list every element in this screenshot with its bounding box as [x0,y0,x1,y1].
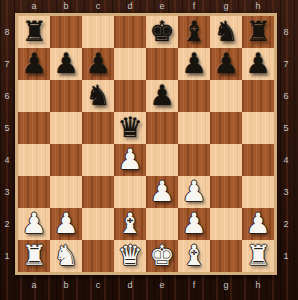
square-c7[interactable]: ♟ [82,48,114,80]
piece-black-pawn[interactable]: ♟ [242,48,274,80]
square-f5[interactable] [178,112,210,144]
piece-white-queen[interactable]: ♛ [114,240,146,272]
square-g2[interactable] [210,208,242,240]
file-label-h: h [242,279,274,291]
square-d8[interactable] [114,16,146,48]
square-h4[interactable] [242,144,274,176]
piece-white-knight[interactable]: ♞ [50,240,82,272]
rank-label-4: 4 [0,144,14,176]
rank-label-7: 7 [0,48,14,80]
square-f4[interactable] [178,144,210,176]
piece-black-pawn[interactable]: ♟ [146,80,178,112]
piece-white-pawn[interactable]: ♟ [178,208,210,240]
piece-white-bishop[interactable]: ♝ [178,240,210,272]
rank-label-2: 2 [277,208,295,240]
piece-white-pawn[interactable]: ♟ [50,208,82,240]
square-d2[interactable]: ♝ [114,208,146,240]
square-a3[interactable] [18,176,50,208]
square-f6[interactable] [178,80,210,112]
square-h7[interactable]: ♟ [242,48,274,80]
square-e7[interactable] [146,48,178,80]
square-h6[interactable] [242,80,274,112]
square-g7[interactable]: ♟ [210,48,242,80]
square-c2[interactable] [82,208,114,240]
file-label-f: f [178,0,210,12]
square-d5[interactable]: ♛ [114,112,146,144]
file-label-d: d [114,0,146,12]
square-h1[interactable]: ♜ [242,240,274,272]
rank-label-6: 6 [277,80,295,112]
square-g8[interactable]: ♞ [210,16,242,48]
piece-black-pawn[interactable]: ♟ [178,48,210,80]
file-labels-bottom: abcdefgh [18,279,274,291]
piece-white-pawn[interactable]: ♟ [114,144,146,176]
square-a4[interactable] [18,144,50,176]
piece-black-pawn[interactable]: ♟ [50,48,82,80]
piece-black-bishop[interactable]: ♝ [178,16,210,48]
piece-black-knight[interactable]: ♞ [210,16,242,48]
rank-label-2: 2 [0,208,14,240]
piece-white-king[interactable]: ♚ [146,240,178,272]
file-label-c: c [82,0,114,12]
rank-label-8: 8 [277,16,295,48]
rank-labels-left: 87654321 [0,16,14,272]
square-d1[interactable]: ♛ [114,240,146,272]
square-b8[interactable] [50,16,82,48]
piece-white-pawn[interactable]: ♟ [242,208,274,240]
piece-black-pawn[interactable]: ♟ [82,48,114,80]
square-e1[interactable]: ♚ [146,240,178,272]
file-label-a: a [18,279,50,291]
file-label-b: b [50,0,82,12]
square-g4[interactable] [210,144,242,176]
square-e3[interactable]: ♟ [146,176,178,208]
square-c5[interactable] [82,112,114,144]
square-e2[interactable] [146,208,178,240]
file-label-e: e [146,0,178,12]
piece-white-bishop[interactable]: ♝ [114,208,146,240]
square-c4[interactable] [82,144,114,176]
piece-white-pawn[interactable]: ♟ [146,176,178,208]
square-b4[interactable] [50,144,82,176]
square-a6[interactable] [18,80,50,112]
square-h2[interactable]: ♟ [242,208,274,240]
rank-label-7: 7 [277,48,295,80]
rank-label-8: 8 [0,16,14,48]
square-d6[interactable] [114,80,146,112]
square-f1[interactable]: ♝ [178,240,210,272]
square-f8[interactable]: ♝ [178,16,210,48]
file-label-d: d [114,279,146,291]
square-e6[interactable]: ♟ [146,80,178,112]
square-g1[interactable] [210,240,242,272]
file-label-h: h [242,0,274,12]
file-label-c: c [82,279,114,291]
square-b5[interactable] [50,112,82,144]
rank-label-3: 3 [0,176,14,208]
piece-black-knight[interactable]: ♞ [82,80,114,112]
square-a2[interactable]: ♟ [18,208,50,240]
file-label-f: f [178,279,210,291]
file-label-g: g [210,0,242,12]
piece-black-queen[interactable]: ♛ [114,112,146,144]
square-g6[interactable] [210,80,242,112]
square-b6[interactable] [50,80,82,112]
square-f3[interactable]: ♟ [178,176,210,208]
square-b7[interactable]: ♟ [50,48,82,80]
square-b3[interactable] [50,176,82,208]
rank-label-4: 4 [277,144,295,176]
piece-black-pawn[interactable]: ♟ [210,48,242,80]
piece-black-king[interactable]: ♚ [146,16,178,48]
piece-white-rook[interactable]: ♜ [242,240,274,272]
chess-diagram: abcdefgh 87654321 87654321 abcdefgh ♜♚♝♞… [0,0,298,300]
square-e5[interactable] [146,112,178,144]
file-label-b: b [50,279,82,291]
square-c8[interactable] [82,16,114,48]
chess-board: ♜♚♝♞♜♟♟♟♟♟♟♞♟♛♟♟♟♟♟♝♟♟♜♞♛♚♝♜ [15,13,277,275]
rank-label-1: 1 [277,240,295,272]
square-b1[interactable]: ♞ [50,240,82,272]
square-g3[interactable] [210,176,242,208]
square-f2[interactable]: ♟ [178,208,210,240]
rank-labels-right: 87654321 [277,16,295,272]
square-c1[interactable] [82,240,114,272]
square-h8[interactable]: ♜ [242,16,274,48]
square-b2[interactable]: ♟ [50,208,82,240]
file-label-e: e [146,279,178,291]
square-f7[interactable]: ♟ [178,48,210,80]
file-label-a: a [18,0,50,12]
square-a8[interactable]: ♜ [18,16,50,48]
square-e8[interactable]: ♚ [146,16,178,48]
square-c6[interactable]: ♞ [82,80,114,112]
square-h5[interactable] [242,112,274,144]
square-a7[interactable]: ♟ [18,48,50,80]
piece-black-rook[interactable]: ♜ [18,16,50,48]
rank-label-5: 5 [277,112,295,144]
square-d7[interactable] [114,48,146,80]
file-label-g: g [210,279,242,291]
square-h3[interactable] [242,176,274,208]
rank-label-5: 5 [0,112,14,144]
piece-white-rook[interactable]: ♜ [18,240,50,272]
piece-black-pawn[interactable]: ♟ [18,48,50,80]
piece-white-pawn[interactable]: ♟ [18,208,50,240]
square-d4[interactable]: ♟ [114,144,146,176]
square-c3[interactable] [82,176,114,208]
rank-label-6: 6 [0,80,14,112]
file-labels-top: abcdefgh [18,0,274,12]
rank-label-1: 1 [0,240,14,272]
square-a1[interactable]: ♜ [18,240,50,272]
piece-black-rook[interactable]: ♜ [242,16,274,48]
square-a5[interactable] [18,112,50,144]
square-e4[interactable] [146,144,178,176]
piece-white-pawn[interactable]: ♟ [178,176,210,208]
square-d3[interactable] [114,176,146,208]
square-g5[interactable] [210,112,242,144]
rank-label-3: 3 [277,176,295,208]
